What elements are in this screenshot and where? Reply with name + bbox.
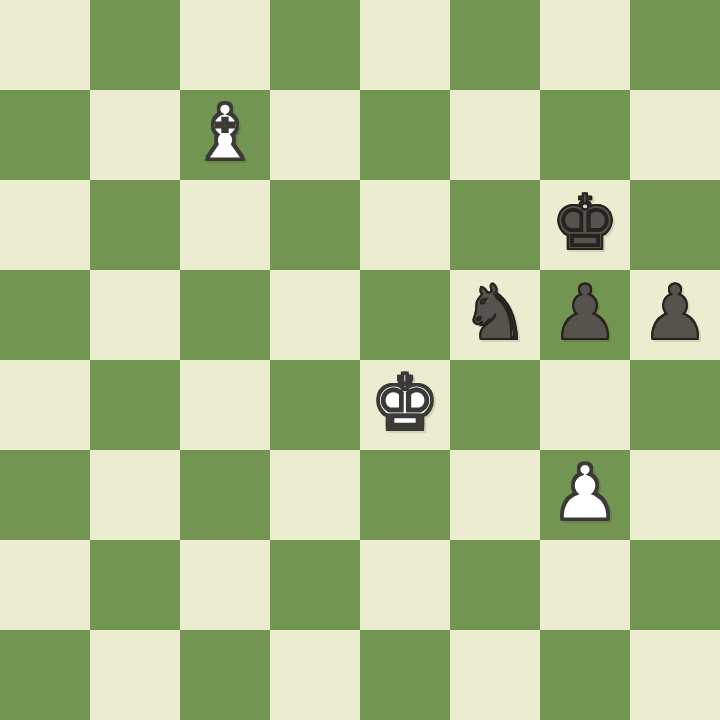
square-f6[interactable] <box>450 180 540 270</box>
chess-board[interactable]: ♝♚♞♟♟♚♟ <box>0 0 720 720</box>
square-f5[interactable]: ♞ <box>450 270 540 360</box>
square-c4[interactable] <box>180 360 270 450</box>
square-a1[interactable] <box>0 630 90 720</box>
square-h5[interactable]: ♟ <box>630 270 720 360</box>
square-e1[interactable] <box>360 630 450 720</box>
piece-black-knight[interactable]: ♞ <box>461 275 529 351</box>
square-f7[interactable] <box>450 90 540 180</box>
square-g2[interactable] <box>540 540 630 630</box>
square-c2[interactable] <box>180 540 270 630</box>
square-d8[interactable] <box>270 0 360 90</box>
square-f3[interactable] <box>450 450 540 540</box>
square-h6[interactable] <box>630 180 720 270</box>
square-h8[interactable] <box>630 0 720 90</box>
square-d2[interactable] <box>270 540 360 630</box>
square-e7[interactable] <box>360 90 450 180</box>
square-c8[interactable] <box>180 0 270 90</box>
square-h7[interactable] <box>630 90 720 180</box>
square-b4[interactable] <box>90 360 180 450</box>
square-a5[interactable] <box>0 270 90 360</box>
square-a6[interactable] <box>0 180 90 270</box>
square-f2[interactable] <box>450 540 540 630</box>
square-a8[interactable] <box>0 0 90 90</box>
square-g3[interactable]: ♟ <box>540 450 630 540</box>
piece-white-king[interactable]: ♚ <box>371 365 439 441</box>
square-e5[interactable] <box>360 270 450 360</box>
square-b8[interactable] <box>90 0 180 90</box>
square-g7[interactable] <box>540 90 630 180</box>
square-g8[interactable] <box>540 0 630 90</box>
square-g6[interactable]: ♚ <box>540 180 630 270</box>
square-c7[interactable]: ♝ <box>180 90 270 180</box>
square-g5[interactable]: ♟ <box>540 270 630 360</box>
square-d6[interactable] <box>270 180 360 270</box>
square-a4[interactable] <box>0 360 90 450</box>
square-c6[interactable] <box>180 180 270 270</box>
square-e2[interactable] <box>360 540 450 630</box>
square-e3[interactable] <box>360 450 450 540</box>
square-b3[interactable] <box>90 450 180 540</box>
square-f4[interactable] <box>450 360 540 450</box>
square-h2[interactable] <box>630 540 720 630</box>
square-h3[interactable] <box>630 450 720 540</box>
piece-white-bishop[interactable]: ♝ <box>191 95 259 171</box>
square-b7[interactable] <box>90 90 180 180</box>
piece-black-pawn[interactable]: ♟ <box>551 275 619 351</box>
square-f1[interactable] <box>450 630 540 720</box>
piece-white-pawn[interactable]: ♟ <box>551 455 619 531</box>
square-c1[interactable] <box>180 630 270 720</box>
square-e4[interactable]: ♚ <box>360 360 450 450</box>
square-a7[interactable] <box>0 90 90 180</box>
square-e6[interactable] <box>360 180 450 270</box>
square-g1[interactable] <box>540 630 630 720</box>
square-b6[interactable] <box>90 180 180 270</box>
square-f8[interactable] <box>450 0 540 90</box>
square-d7[interactable] <box>270 90 360 180</box>
square-h4[interactable] <box>630 360 720 450</box>
square-d3[interactable] <box>270 450 360 540</box>
square-d1[interactable] <box>270 630 360 720</box>
square-d5[interactable] <box>270 270 360 360</box>
square-c3[interactable] <box>180 450 270 540</box>
square-b2[interactable] <box>90 540 180 630</box>
square-e8[interactable] <box>360 0 450 90</box>
piece-black-pawn[interactable]: ♟ <box>641 275 709 351</box>
square-a2[interactable] <box>0 540 90 630</box>
square-c5[interactable] <box>180 270 270 360</box>
square-h1[interactable] <box>630 630 720 720</box>
square-d4[interactable] <box>270 360 360 450</box>
square-g4[interactable] <box>540 360 630 450</box>
square-b5[interactable] <box>90 270 180 360</box>
piece-black-king[interactable]: ♚ <box>551 185 619 261</box>
square-b1[interactable] <box>90 630 180 720</box>
square-a3[interactable] <box>0 450 90 540</box>
